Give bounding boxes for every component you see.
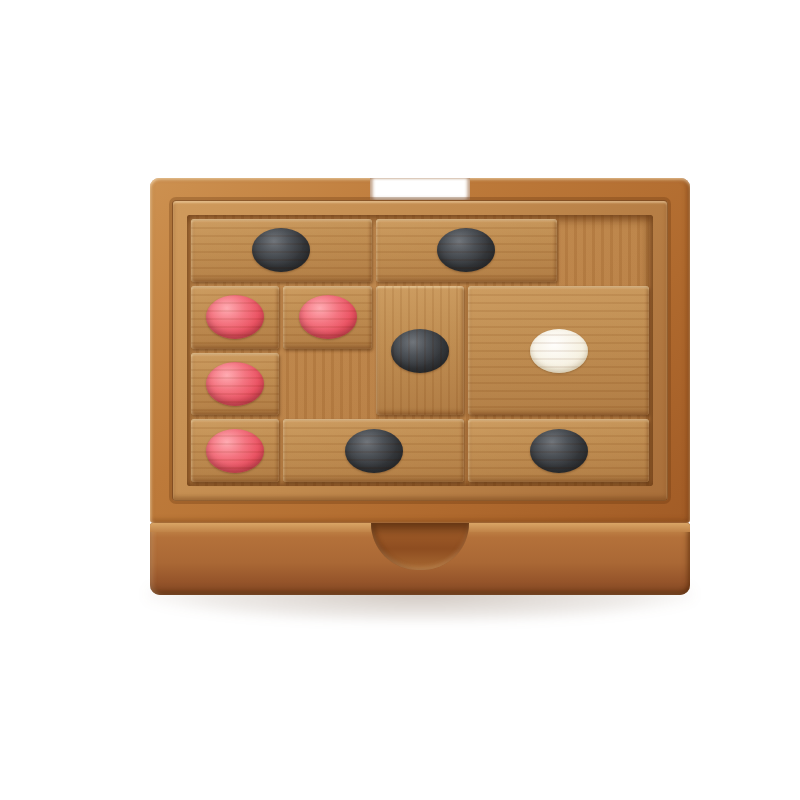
red-dot-icon (299, 295, 357, 339)
red-dot-icon (206, 362, 264, 406)
black-dot-icon (437, 228, 495, 272)
back-wall-notch (370, 178, 470, 201)
tray-frame (172, 200, 668, 501)
puzzle-piece-F-2x2-white-dot[interactable] (468, 286, 649, 416)
tray-floor (187, 215, 653, 486)
black-dot-icon (530, 429, 588, 473)
puzzle-piece-J-2x1-black-dot[interactable] (468, 419, 649, 482)
black-dot-icon (391, 329, 449, 373)
puzzle-piece-c-1x1-red-dot[interactable] (191, 286, 279, 349)
finger-notch (371, 523, 469, 570)
puzzle-piece-g-1x1-red-dot[interactable] (191, 353, 279, 416)
puzzle-piece-d-1x1-red-dot[interactable] (283, 286, 371, 349)
wooden-puzzle-box (150, 178, 690, 595)
puzzle-piece-B-2x1-black-dot[interactable] (376, 219, 557, 282)
black-dot-icon (252, 228, 310, 272)
puzzle-piece-I-2x1-black-dot[interactable] (283, 419, 464, 482)
red-dot-icon (206, 295, 264, 339)
red-dot-icon (206, 429, 264, 473)
puzzle-piece-h-1x1-red-dot[interactable] (191, 419, 279, 482)
puzzle-piece-A-2x1-black-dot[interactable] (191, 219, 372, 282)
product-photo-scene (0, 0, 800, 800)
puzzle-piece-E-1x2-black-dot[interactable] (376, 286, 464, 416)
puzzle-board (191, 219, 649, 482)
black-dot-icon (345, 429, 403, 473)
white-dot-icon (530, 329, 588, 373)
box-front-face (150, 523, 690, 595)
box-top-surface (150, 178, 690, 523)
